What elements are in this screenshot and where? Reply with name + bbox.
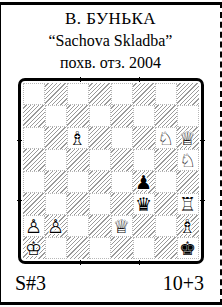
white-bishop-icon: ♗ <box>69 129 86 148</box>
black-king-icon: ♚ <box>179 239 196 258</box>
white-queen-icon: ♕ <box>113 217 130 236</box>
white-queen-icon: ♕ <box>179 129 196 148</box>
square-h3: ♖ <box>177 193 199 215</box>
square-g3 <box>155 193 177 215</box>
square-f4: ♟ <box>133 171 155 193</box>
square-b4 <box>45 171 67 193</box>
white-bishop-icon: ♗ <box>179 217 196 236</box>
square-c8 <box>67 83 89 105</box>
header: В. БУНЬКА “Sachova Skladba” похв. отз. 2… <box>1 5 220 74</box>
frame-tick <box>139 260 140 265</box>
square-e7 <box>111 105 133 127</box>
frame-tick <box>17 200 22 201</box>
source-title: “Sachova Skladba” <box>1 30 220 52</box>
square-h8 <box>177 83 199 105</box>
white-knight-icon: ♘ <box>179 151 196 170</box>
frame-tick <box>200 140 205 141</box>
square-h6: ♕ <box>177 127 199 149</box>
award-line: похв. отз. 2004 <box>1 52 220 74</box>
frame-tick <box>80 260 81 265</box>
white-pawn-icon: ♙ <box>25 217 42 236</box>
frame-tick <box>17 140 22 141</box>
white-knight-icon: ♘ <box>157 129 174 148</box>
square-g1 <box>155 237 177 259</box>
square-e3 <box>111 193 133 215</box>
square-b3 <box>45 193 67 215</box>
square-c6: ♗ <box>67 127 89 149</box>
square-c7 <box>67 105 89 127</box>
chess-board: ♗♘♕♘♟♛♖♙♙♕♗♔♚ <box>23 83 199 259</box>
material-count-label: 10+3 <box>163 272 204 295</box>
square-d5 <box>89 149 111 171</box>
square-d7 <box>89 105 111 127</box>
square-e2: ♕ <box>111 215 133 237</box>
square-b2: ♙ <box>45 215 67 237</box>
square-b1 <box>45 237 67 259</box>
problem-card: В. БУНЬКА “Sachova Skladba” похв. отз. 2… <box>0 2 222 305</box>
square-g4 <box>155 171 177 193</box>
black-queen-icon: ♛ <box>135 195 152 214</box>
square-f1 <box>133 237 155 259</box>
white-rook-icon: ♖ <box>179 195 196 214</box>
square-f5 <box>133 149 155 171</box>
square-f7 <box>133 105 155 127</box>
square-a8 <box>23 83 45 105</box>
square-a6 <box>23 127 45 149</box>
square-d2 <box>89 215 111 237</box>
black-pawn-icon: ♟ <box>135 173 152 192</box>
square-g8 <box>155 83 177 105</box>
square-d4 <box>89 171 111 193</box>
square-c1 <box>67 237 89 259</box>
square-e4 <box>111 171 133 193</box>
square-c5 <box>67 149 89 171</box>
square-a7 <box>23 105 45 127</box>
square-g2 <box>155 215 177 237</box>
frame-tick <box>139 77 140 82</box>
square-h2: ♗ <box>177 215 199 237</box>
white-king-icon: ♔ <box>25 239 42 258</box>
square-f3: ♛ <box>133 193 155 215</box>
square-a4 <box>23 171 45 193</box>
square-f8 <box>133 83 155 105</box>
square-b7 <box>45 105 67 127</box>
square-c3 <box>67 193 89 215</box>
square-a2: ♙ <box>23 215 45 237</box>
square-d6 <box>89 127 111 149</box>
square-d8 <box>89 83 111 105</box>
square-g5 <box>155 149 177 171</box>
white-pawn-icon: ♙ <box>47 217 64 236</box>
square-c2 <box>67 215 89 237</box>
square-f2 <box>133 215 155 237</box>
square-d3 <box>89 193 111 215</box>
square-c4 <box>67 171 89 193</box>
square-h7 <box>177 105 199 127</box>
square-e5 <box>111 149 133 171</box>
square-e1 <box>111 237 133 259</box>
square-b6 <box>45 127 67 149</box>
square-h5: ♘ <box>177 149 199 171</box>
author-name: В. БУНЬКА <box>1 8 220 30</box>
square-a1: ♔ <box>23 237 45 259</box>
square-g7 <box>155 105 177 127</box>
board-frame: ♗♘♕♘♟♛♖♙♙♕♗♔♚ <box>18 78 204 264</box>
square-b5 <box>45 149 67 171</box>
square-e8 <box>111 83 133 105</box>
stipulation-label: S#3 <box>15 272 46 295</box>
square-b8 <box>45 83 67 105</box>
square-a5 <box>23 149 45 171</box>
frame-tick <box>200 200 205 201</box>
square-e6 <box>111 127 133 149</box>
square-f6 <box>133 127 155 149</box>
square-h4 <box>177 171 199 193</box>
square-a3 <box>23 193 45 215</box>
square-g6: ♘ <box>155 127 177 149</box>
square-h1: ♚ <box>177 237 199 259</box>
square-d1 <box>89 237 111 259</box>
frame-tick <box>80 77 81 82</box>
caption-row: S#3 10+3 <box>1 264 220 295</box>
